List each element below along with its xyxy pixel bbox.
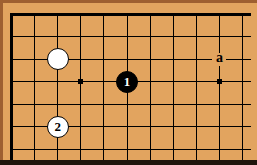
go-diagram: a12 [0,0,257,165]
grid-line-vertical [80,13,81,161]
grid-line-vertical [103,13,104,161]
white-stone: 2 [47,116,69,138]
white-stone [47,48,69,70]
go-board: a12 [0,0,257,165]
star-point [78,79,83,84]
grid-line-vertical [10,13,13,161]
point-label: a [216,51,223,65]
grid-line-horizontal [10,104,251,105]
star-point [217,79,222,84]
frame-border-top [0,0,257,3]
grid-line-vertical [219,13,220,161]
black-stone: 1 [116,71,138,93]
grid-line-horizontal [10,149,251,150]
grid-line-horizontal [10,13,251,16]
grid-line-vertical [173,13,174,161]
grid-line-horizontal [10,36,251,37]
frame-border-bottom [0,160,257,165]
grid-line-vertical [196,13,197,161]
frame-border-left [0,0,3,160]
grid-line-vertical [150,13,151,161]
grid-line-vertical [57,13,58,161]
grid-line-vertical [34,13,35,161]
grid-line-vertical [242,13,243,161]
